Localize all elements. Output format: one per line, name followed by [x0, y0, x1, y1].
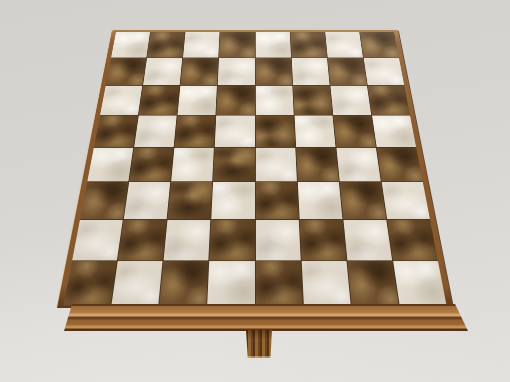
square-e8[interactable] [255, 32, 290, 57]
square-b4[interactable] [129, 147, 173, 181]
square-h1[interactable] [393, 261, 446, 305]
square-h2[interactable] [387, 220, 438, 260]
square-a8[interactable] [111, 32, 150, 57]
table-leg [246, 330, 272, 358]
square-c3[interactable] [168, 182, 213, 219]
square-f8[interactable] [290, 32, 327, 57]
square-b1[interactable] [111, 261, 162, 305]
square-c7[interactable] [181, 58, 219, 85]
square-a3[interactable] [80, 182, 128, 219]
square-b7[interactable] [143, 58, 182, 85]
square-g7[interactable] [328, 58, 367, 85]
square-d6[interactable] [217, 86, 255, 115]
square-d4[interactable] [213, 147, 254, 181]
square-d1[interactable] [207, 261, 254, 305]
square-h4[interactable] [377, 147, 423, 181]
square-e2[interactable] [255, 220, 300, 260]
square-h3[interactable] [382, 182, 430, 219]
square-g5[interactable] [333, 115, 376, 147]
square-a2[interactable] [72, 220, 123, 260]
square-b5[interactable] [134, 115, 177, 147]
board-perspective-wrapper [57, 0, 453, 308]
square-b3[interactable] [124, 182, 171, 219]
square-h5[interactable] [372, 115, 416, 147]
square-b2[interactable] [118, 220, 167, 260]
square-d7[interactable] [218, 58, 255, 85]
square-e5[interactable] [255, 115, 295, 147]
square-c2[interactable] [164, 220, 211, 260]
square-f1[interactable] [301, 261, 350, 305]
square-g6[interactable] [330, 86, 371, 115]
square-h6[interactable] [368, 86, 410, 115]
square-e7[interactable] [255, 58, 292, 85]
square-e6[interactable] [255, 86, 293, 115]
square-f4[interactable] [296, 147, 339, 181]
square-d2[interactable] [210, 220, 255, 260]
photo-backdrop [0, 0, 510, 382]
square-c5[interactable] [175, 115, 216, 147]
wood-frame [57, 30, 453, 308]
square-e3[interactable] [255, 182, 298, 219]
square-b8[interactable] [147, 32, 185, 57]
square-b6[interactable] [139, 86, 180, 115]
square-g4[interactable] [336, 147, 380, 181]
square-c8[interactable] [183, 32, 220, 57]
square-a5[interactable] [94, 115, 138, 147]
square-g3[interactable] [340, 182, 387, 219]
square-a6[interactable] [100, 86, 142, 115]
square-f6[interactable] [293, 86, 332, 115]
chess-board [63, 32, 446, 305]
square-a7[interactable] [106, 58, 147, 85]
square-g2[interactable] [343, 220, 392, 260]
square-g1[interactable] [347, 261, 398, 305]
square-h7[interactable] [364, 58, 405, 85]
square-f7[interactable] [291, 58, 329, 85]
square-c4[interactable] [171, 147, 214, 181]
square-g8[interactable] [325, 32, 363, 57]
square-f3[interactable] [298, 182, 343, 219]
square-c6[interactable] [178, 86, 217, 115]
square-d3[interactable] [212, 182, 255, 219]
square-a4[interactable] [87, 147, 133, 181]
square-h8[interactable] [360, 32, 399, 57]
table-apron-molding [64, 304, 468, 331]
square-f5[interactable] [294, 115, 335, 147]
square-c1[interactable] [159, 261, 208, 305]
square-a1[interactable] [63, 261, 116, 305]
square-e4[interactable] [255, 147, 296, 181]
square-d8[interactable] [219, 32, 254, 57]
square-f2[interactable] [299, 220, 346, 260]
square-d5[interactable] [215, 115, 255, 147]
square-e1[interactable] [255, 261, 302, 305]
